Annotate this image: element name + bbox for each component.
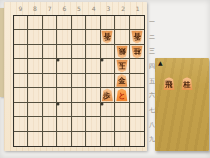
screen-background: 987654321 香香銀桂玉金歩と 一二三四五六七八九 ▲ 飛桂 xyxy=(0,0,210,158)
rank-label: 二 xyxy=(148,30,156,45)
board-square-6-5[interactable] xyxy=(57,74,71,88)
star-point xyxy=(101,103,104,106)
board-square-6-4[interactable] xyxy=(57,59,71,73)
star-point xyxy=(57,59,60,62)
rank-label: 三 xyxy=(148,44,156,59)
board-square-1-1[interactable] xyxy=(130,16,144,30)
board-square-6-8[interactable] xyxy=(57,117,71,131)
board-square-6-9[interactable] xyxy=(57,132,71,146)
board-square-8-8[interactable] xyxy=(28,117,42,131)
file-label: 8 xyxy=(28,3,43,14)
shogi-piece-香[interactable]: 香 xyxy=(101,31,113,44)
board-square-2-7[interactable] xyxy=(115,103,129,117)
board-square-8-4[interactable] xyxy=(28,59,42,73)
board-square-6-3[interactable] xyxy=(57,45,71,59)
board-square-6-7[interactable] xyxy=(57,103,71,117)
board-square-4-9[interactable] xyxy=(86,132,100,146)
shogi-piece-桂[interactable]: 桂 xyxy=(181,77,193,90)
piece-kanji: 桂 xyxy=(183,80,190,89)
piece-kanji: 香 xyxy=(133,31,140,40)
board-square-3-1[interactable] xyxy=(101,16,115,30)
file-label: 3 xyxy=(101,3,116,14)
board-square-1-3[interactable]: 桂 xyxy=(130,45,144,59)
board-square-9-7[interactable] xyxy=(14,103,28,117)
board-square-8-7[interactable] xyxy=(28,103,42,117)
shogi-board: 987654321 香香銀桂玉金歩と xyxy=(4,2,147,151)
board-square-5-6[interactable] xyxy=(72,88,86,102)
hand-piece-slot: 飛 xyxy=(163,77,175,90)
board-square-1-2[interactable]: 香 xyxy=(130,30,144,44)
board-square-9-3[interactable] xyxy=(14,45,28,59)
board-square-7-4[interactable] xyxy=(43,59,57,73)
piece-kanji: 銀 xyxy=(118,45,125,54)
shogi-piece-銀[interactable]: 銀 xyxy=(116,45,128,58)
board-square-8-1[interactable] xyxy=(28,16,42,30)
piece-kanji: 歩 xyxy=(104,92,111,101)
board-square-3-3[interactable] xyxy=(101,45,115,59)
star-point xyxy=(57,103,60,106)
board-square-2-1[interactable] xyxy=(115,16,129,30)
board-square-4-3[interactable] xyxy=(86,45,100,59)
board-square-2-8[interactable] xyxy=(115,117,129,131)
file-label: 6 xyxy=(57,3,72,14)
board-square-8-3[interactable] xyxy=(28,45,42,59)
board-square-4-4[interactable] xyxy=(86,59,100,73)
board-square-2-3[interactable]: 銀 xyxy=(115,45,129,59)
board-square-7-8[interactable] xyxy=(43,117,57,131)
board-square-5-4[interactable] xyxy=(72,59,86,73)
board-square-6-1[interactable] xyxy=(57,16,71,30)
board-square-3-9[interactable] xyxy=(101,132,115,146)
board-square-7-2[interactable] xyxy=(43,30,57,44)
board-square-5-9[interactable] xyxy=(72,132,86,146)
board-square-6-2[interactable] xyxy=(57,30,71,44)
board-square-2-2[interactable] xyxy=(115,30,129,44)
file-label: 9 xyxy=(13,3,28,14)
board-square-1-5[interactable] xyxy=(130,74,144,88)
file-label: 4 xyxy=(86,3,101,14)
board-square-6-6[interactable] xyxy=(57,88,71,102)
sente-komadai: ▲ 飛桂 xyxy=(155,58,209,151)
piece-kanji: 香 xyxy=(104,31,111,40)
board-square-7-1[interactable] xyxy=(43,16,57,30)
board-square-5-1[interactable] xyxy=(72,16,86,30)
board-square-1-4[interactable] xyxy=(130,59,144,73)
board-square-4-2[interactable] xyxy=(86,30,100,44)
board-square-7-7[interactable] xyxy=(43,103,57,117)
board-square-7-9[interactable] xyxy=(43,132,57,146)
board-square-7-3[interactable] xyxy=(43,45,57,59)
board-square-4-8[interactable] xyxy=(86,117,100,131)
piece-kanji: 飛 xyxy=(165,80,172,89)
board-square-3-5[interactable] xyxy=(101,74,115,88)
shogi-piece-玉[interactable]: 玉 xyxy=(116,60,128,73)
board-square-9-2[interactable] xyxy=(14,30,28,44)
board-square-5-7[interactable] xyxy=(72,103,86,117)
board-square-4-1[interactable] xyxy=(86,16,100,30)
piece-kanji: と xyxy=(118,92,126,101)
shogi-piece-歩[interactable]: 歩 xyxy=(101,88,113,101)
board-square-3-6[interactable]: 歩 xyxy=(101,88,115,102)
board-square-2-4[interactable]: 玉 xyxy=(115,59,129,73)
board-square-9-9[interactable] xyxy=(14,132,28,146)
board-square-5-3[interactable] xyxy=(72,45,86,59)
board-square-1-9[interactable] xyxy=(130,132,144,146)
rank-label: 一 xyxy=(148,15,156,30)
board-square-4-5[interactable] xyxy=(86,74,100,88)
file-coordinate-labels: 987654321 xyxy=(13,3,145,14)
board-grid: 香香銀桂玉金歩と xyxy=(13,15,145,147)
board-square-2-6[interactable]: と xyxy=(115,88,129,102)
board-square-8-9[interactable] xyxy=(28,132,42,146)
shogi-piece-桂[interactable]: 桂 xyxy=(131,45,143,58)
piece-kanji: 桂 xyxy=(133,45,140,54)
board-square-9-8[interactable] xyxy=(14,117,28,131)
board-square-7-5[interactable] xyxy=(43,74,57,88)
star-point xyxy=(101,59,104,62)
board-square-2-5[interactable]: 金 xyxy=(115,74,129,88)
board-square-7-6[interactable] xyxy=(43,88,57,102)
board-square-1-6[interactable] xyxy=(130,88,144,102)
board-square-9-6[interactable] xyxy=(14,88,28,102)
shogi-piece-飛[interactable]: 飛 xyxy=(163,77,175,90)
board-square-3-4[interactable] xyxy=(101,59,115,73)
board-square-1-7[interactable] xyxy=(130,103,144,117)
board-square-4-6[interactable] xyxy=(86,88,100,102)
board-square-1-8[interactable] xyxy=(130,117,144,131)
board-square-9-4[interactable] xyxy=(14,59,28,73)
file-label: 5 xyxy=(72,3,87,14)
piece-kanji: 玉 xyxy=(118,60,125,69)
sente-turn-marker: ▲ xyxy=(158,60,163,66)
board-square-5-5[interactable] xyxy=(72,74,86,88)
shogi-piece-と[interactable]: と xyxy=(116,88,128,101)
file-label: 2 xyxy=(116,3,131,14)
board-square-9-1[interactable] xyxy=(14,16,28,30)
file-label: 7 xyxy=(42,3,57,14)
board-square-2-9[interactable] xyxy=(115,132,129,146)
board-square-8-6[interactable] xyxy=(28,88,42,102)
file-label: 1 xyxy=(130,3,145,14)
board-square-3-8[interactable] xyxy=(101,117,115,131)
board-square-8-5[interactable] xyxy=(28,74,42,88)
board-square-5-8[interactable] xyxy=(72,117,86,131)
board-square-3-2[interactable]: 香 xyxy=(101,30,115,44)
shogi-piece-金[interactable]: 金 xyxy=(116,74,128,87)
board-square-5-2[interactable] xyxy=(72,30,86,44)
shogi-piece-香[interactable]: 香 xyxy=(131,31,143,44)
board-square-4-7[interactable] xyxy=(86,103,100,117)
board-square-9-5[interactable] xyxy=(14,74,28,88)
board-square-8-2[interactable] xyxy=(28,30,42,44)
piece-kanji: 金 xyxy=(118,77,125,86)
hand-piece-slot: 桂 xyxy=(181,77,193,90)
